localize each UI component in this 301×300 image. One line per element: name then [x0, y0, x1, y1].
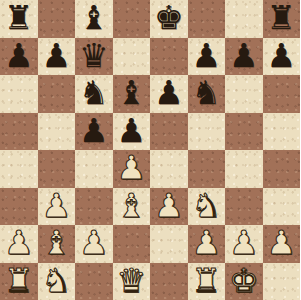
square-h4[interactable]	[263, 150, 301, 188]
piece-black-pawn[interactable]: ♟	[191, 38, 221, 74]
square-h3[interactable]	[263, 188, 301, 226]
square-h8[interactable]: ♜	[263, 0, 301, 38]
square-g1[interactable]: ♚	[225, 263, 263, 300]
piece-white-knight[interactable]: ♞	[41, 263, 71, 299]
piece-white-rook[interactable]: ♜	[191, 263, 221, 299]
square-e2[interactable]	[150, 225, 188, 263]
piece-black-rook[interactable]: ♜	[4, 0, 34, 36]
square-b2[interactable]: ♝	[38, 225, 76, 263]
square-g5[interactable]	[225, 113, 263, 151]
piece-white-bishop[interactable]: ♝	[41, 225, 71, 261]
square-d6[interactable]: ♝	[113, 75, 151, 113]
piece-white-rook[interactable]: ♜	[4, 263, 34, 299]
piece-white-knight[interactable]: ♞	[191, 188, 221, 224]
square-g7[interactable]: ♟	[225, 38, 263, 76]
piece-black-bishop[interactable]: ♝	[116, 75, 146, 111]
piece-black-pawn[interactable]: ♟	[116, 113, 146, 149]
square-d1[interactable]: ♛	[113, 263, 151, 300]
piece-white-pawn[interactable]: ♟	[191, 225, 221, 261]
square-a1[interactable]: ♜	[0, 263, 38, 300]
piece-black-rook[interactable]: ♜	[266, 0, 296, 36]
square-g8[interactable]	[225, 0, 263, 38]
square-e1[interactable]	[150, 263, 188, 300]
square-f8[interactable]	[188, 0, 226, 38]
square-e6[interactable]: ♟	[150, 75, 188, 113]
square-e7[interactable]	[150, 38, 188, 76]
square-d3[interactable]: ♝	[113, 188, 151, 226]
piece-white-pawn[interactable]: ♟	[41, 188, 71, 224]
piece-black-pawn[interactable]: ♟	[4, 38, 34, 74]
square-e5[interactable]	[150, 113, 188, 151]
square-f3[interactable]: ♞	[188, 188, 226, 226]
square-d4[interactable]: ♟	[113, 150, 151, 188]
square-a2[interactable]: ♟	[0, 225, 38, 263]
square-c4[interactable]	[75, 150, 113, 188]
screenshot-stage: ♜♝♚♜♟♟♛♟♟♟♞♝♟♞♟♟♟♟♝♟♞♟♝♟♟♟♟♜♞♛♜♚	[0, 0, 300, 300]
square-h5[interactable]	[263, 113, 301, 151]
square-f4[interactable]	[188, 150, 226, 188]
square-e3[interactable]: ♟	[150, 188, 188, 226]
piece-white-pawn[interactable]: ♟	[116, 150, 146, 186]
square-e8[interactable]: ♚	[150, 0, 188, 38]
square-c1[interactable]	[75, 263, 113, 300]
square-b6[interactable]	[38, 75, 76, 113]
piece-white-pawn[interactable]: ♟	[79, 225, 109, 261]
piece-white-pawn[interactable]: ♟	[154, 188, 184, 224]
square-b3[interactable]: ♟	[38, 188, 76, 226]
square-a7[interactable]: ♟	[0, 38, 38, 76]
piece-black-queen[interactable]: ♛	[79, 38, 109, 74]
square-g4[interactable]	[225, 150, 263, 188]
square-c6[interactable]: ♞	[75, 75, 113, 113]
piece-black-pawn[interactable]: ♟	[79, 113, 109, 149]
piece-white-pawn[interactable]: ♟	[229, 225, 259, 261]
square-h2[interactable]: ♟	[263, 225, 301, 263]
square-a3[interactable]	[0, 188, 38, 226]
square-a4[interactable]	[0, 150, 38, 188]
piece-black-knight[interactable]: ♞	[79, 75, 109, 111]
square-h1[interactable]	[263, 263, 301, 300]
square-c5[interactable]: ♟	[75, 113, 113, 151]
piece-black-pawn[interactable]: ♟	[154, 75, 184, 111]
square-b1[interactable]: ♞	[38, 263, 76, 300]
square-a8[interactable]: ♜	[0, 0, 38, 38]
square-h7[interactable]: ♟	[263, 38, 301, 76]
square-d7[interactable]	[113, 38, 151, 76]
square-g2[interactable]: ♟	[225, 225, 263, 263]
square-f6[interactable]: ♞	[188, 75, 226, 113]
square-a5[interactable]	[0, 113, 38, 151]
piece-black-king[interactable]: ♚	[154, 0, 184, 36]
square-c7[interactable]: ♛	[75, 38, 113, 76]
square-c8[interactable]: ♝	[75, 0, 113, 38]
square-e4[interactable]	[150, 150, 188, 188]
square-g6[interactable]	[225, 75, 263, 113]
square-b4[interactable]	[38, 150, 76, 188]
square-c2[interactable]: ♟	[75, 225, 113, 263]
square-f5[interactable]	[188, 113, 226, 151]
piece-black-bishop[interactable]: ♝	[79, 0, 109, 36]
square-f2[interactable]: ♟	[188, 225, 226, 263]
piece-white-pawn[interactable]: ♟	[4, 225, 34, 261]
square-g3[interactable]	[225, 188, 263, 226]
square-b5[interactable]	[38, 113, 76, 151]
piece-black-pawn[interactable]: ♟	[229, 38, 259, 74]
square-a6[interactable]	[0, 75, 38, 113]
chess-board: ♜♝♚♜♟♟♛♟♟♟♞♝♟♞♟♟♟♟♝♟♞♟♝♟♟♟♟♜♞♛♜♚	[0, 0, 300, 300]
square-d5[interactable]: ♟	[113, 113, 151, 151]
piece-white-bishop[interactable]: ♝	[116, 188, 146, 224]
piece-white-king[interactable]: ♚	[229, 263, 259, 299]
square-d8[interactable]	[113, 0, 151, 38]
square-d2[interactable]	[113, 225, 151, 263]
piece-black-knight[interactable]: ♞	[191, 75, 221, 111]
square-f7[interactable]: ♟	[188, 38, 226, 76]
square-b8[interactable]	[38, 0, 76, 38]
piece-white-queen[interactable]: ♛	[116, 263, 146, 299]
piece-black-pawn[interactable]: ♟	[266, 38, 296, 74]
square-f1[interactable]: ♜	[188, 263, 226, 300]
square-c3[interactable]	[75, 188, 113, 226]
piece-black-pawn[interactable]: ♟	[41, 38, 71, 74]
square-h6[interactable]	[263, 75, 301, 113]
piece-white-pawn[interactable]: ♟	[266, 225, 296, 261]
square-b7[interactable]: ♟	[38, 38, 76, 76]
